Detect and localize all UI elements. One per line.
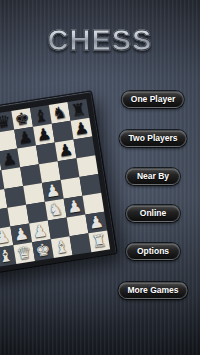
chess-board: ♜♞♝♛♚♝♞♜♟♟♟♟♟♟♟♟♟♞♟♟♟♟♟♟♟♜♞♝♛♚♝♜ — [0, 99, 110, 273]
menu-button-one-player[interactable]: One Player — [122, 91, 184, 108]
menu-button-options[interactable]: Options — [126, 243, 180, 260]
app-title: CHESS — [0, 24, 200, 57]
menu-button-online[interactable]: Online — [126, 205, 180, 222]
chess-board-frame: ♜♞♝♛♚♝♞♜♟♟♟♟♟♟♟♟♟♞♟♟♟♟♟♟♟♜♞♝♛♚♝♜ — [0, 91, 117, 279]
menu-button-more-games[interactable]: More Games — [118, 282, 187, 299]
menu-button-near-by[interactable]: Near By — [126, 168, 180, 185]
menu-button-two-players[interactable]: Two Players — [120, 130, 187, 147]
square-h1: ♜ — [88, 230, 110, 252]
chess-piece-white-rook: ♜ — [88, 230, 110, 252]
app-screen: CHESS ♜♞♝♛♚♝♞♜♟♟♟♟♟♟♟♟♟♞♟♟♟♟♟♟♟♜♞♝♛♚♝♜ O… — [0, 0, 200, 355]
